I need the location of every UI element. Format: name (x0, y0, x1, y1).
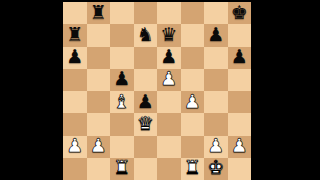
square-h2[interactable]: ♟ (228, 136, 252, 158)
square-d1[interactable] (134, 158, 158, 180)
piece-black-rook: ♜ (90, 3, 107, 22)
square-h6[interactable]: ♟ (228, 47, 252, 69)
square-a2[interactable]: ♟ (63, 136, 87, 158)
square-f3[interactable] (181, 113, 205, 135)
square-b8[interactable]: ♜ (87, 2, 111, 24)
piece-white-pawn: ♟ (160, 69, 177, 88)
piece-black-king: ♚ (231, 3, 248, 22)
square-f2[interactable] (181, 136, 205, 158)
piece-white-rook: ♜ (113, 158, 130, 177)
square-c6[interactable] (110, 47, 134, 69)
piece-white-pawn: ♟ (90, 136, 107, 155)
piece-black-pawn: ♟ (137, 92, 154, 111)
square-c4[interactable]: ♝ (110, 91, 134, 113)
piece-black-rook: ♜ (66, 25, 83, 44)
square-g5[interactable] (204, 69, 228, 91)
square-d8[interactable] (134, 2, 158, 24)
square-c8[interactable] (110, 2, 134, 24)
square-e7[interactable]: ♛ (157, 24, 181, 46)
square-d3[interactable]: ♛ (134, 113, 158, 135)
square-e6[interactable]: ♟ (157, 47, 181, 69)
square-h7[interactable] (228, 24, 252, 46)
square-a4[interactable] (63, 91, 87, 113)
square-h5[interactable] (228, 69, 252, 91)
square-f1[interactable]: ♜ (181, 158, 205, 180)
square-b2[interactable]: ♟ (87, 136, 111, 158)
piece-white-pawn: ♟ (231, 136, 248, 155)
square-e2[interactable] (157, 136, 181, 158)
square-d6[interactable] (134, 47, 158, 69)
square-e4[interactable] (157, 91, 181, 113)
square-c1[interactable]: ♜ (110, 158, 134, 180)
piece-white-pawn: ♟ (66, 136, 83, 155)
piece-white-king: ♚ (207, 158, 224, 177)
square-h4[interactable] (228, 91, 252, 113)
piece-black-pawn: ♟ (160, 47, 177, 66)
piece-white-pawn: ♟ (207, 136, 224, 155)
square-a7[interactable]: ♜ (63, 24, 87, 46)
square-a6[interactable]: ♟ (63, 47, 87, 69)
square-g8[interactable] (204, 2, 228, 24)
square-g3[interactable] (204, 113, 228, 135)
piece-black-pawn: ♟ (207, 25, 224, 44)
square-d4[interactable]: ♟ (134, 91, 158, 113)
square-g4[interactable] (204, 91, 228, 113)
square-c3[interactable] (110, 113, 134, 135)
square-d7[interactable]: ♞ (134, 24, 158, 46)
chess-app-screen: ♜♚♜♞♛♟♟♟♟♟♟♝♟♟♛♟♟♟♟♜♜♚ (0, 0, 320, 180)
piece-white-rook: ♜ (184, 158, 201, 177)
square-h3[interactable] (228, 113, 252, 135)
square-b4[interactable] (87, 91, 111, 113)
square-c2[interactable] (110, 136, 134, 158)
piece-black-knight: ♞ (137, 25, 154, 44)
square-e3[interactable] (157, 113, 181, 135)
square-a8[interactable] (63, 2, 87, 24)
square-f7[interactable] (181, 24, 205, 46)
square-c5[interactable]: ♟ (110, 69, 134, 91)
square-f5[interactable] (181, 69, 205, 91)
square-f6[interactable] (181, 47, 205, 69)
piece-white-pawn: ♟ (184, 92, 201, 111)
square-e5[interactable]: ♟ (157, 69, 181, 91)
square-b5[interactable] (87, 69, 111, 91)
square-g2[interactable]: ♟ (204, 136, 228, 158)
piece-black-pawn: ♟ (113, 69, 130, 88)
square-h8[interactable]: ♚ (228, 2, 252, 24)
square-a5[interactable] (63, 69, 87, 91)
square-a1[interactable] (63, 158, 87, 180)
square-g1[interactable]: ♚ (204, 158, 228, 180)
square-e1[interactable] (157, 158, 181, 180)
square-b1[interactable] (87, 158, 111, 180)
piece-white-queen: ♛ (137, 114, 154, 133)
square-d2[interactable] (134, 136, 158, 158)
piece-black-queen: ♛ (160, 25, 177, 44)
chess-board: ♜♚♜♞♛♟♟♟♟♟♟♝♟♟♛♟♟♟♟♜♜♚ (63, 2, 251, 180)
square-b6[interactable] (87, 47, 111, 69)
piece-white-bishop: ♝ (113, 92, 130, 111)
piece-black-pawn: ♟ (231, 47, 248, 66)
square-g7[interactable]: ♟ (204, 24, 228, 46)
square-b7[interactable] (87, 24, 111, 46)
square-g6[interactable] (204, 47, 228, 69)
square-b3[interactable] (87, 113, 111, 135)
piece-black-pawn: ♟ (66, 47, 83, 66)
square-h1[interactable] (228, 158, 252, 180)
square-f8[interactable] (181, 2, 205, 24)
square-f4[interactable]: ♟ (181, 91, 205, 113)
square-c7[interactable] (110, 24, 134, 46)
square-d5[interactable] (134, 69, 158, 91)
square-e8[interactable] (157, 2, 181, 24)
square-a3[interactable] (63, 113, 87, 135)
